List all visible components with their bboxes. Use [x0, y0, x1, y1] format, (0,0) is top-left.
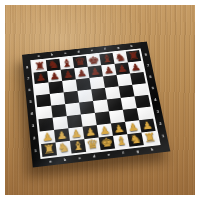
file-label-a: a	[43, 158, 58, 165]
board-grid: ♜♞♝♛♚♝♞♜♟♟♟♟♟♟♟♟♟♟♟♟♟♟♟♟♜♞♝♛♚♝♞♜	[32, 50, 158, 157]
piece-maroon-pawn-f7: ♟	[103, 64, 115, 76]
piece-gold-bishop-f1: ♝	[114, 134, 128, 148]
piece-maroon-pawn-a7: ♟	[35, 71, 46, 83]
rank-label-6: 6	[26, 84, 33, 96]
board-scene: abcdefgh abcdefgh 87654321 87654321 ♜♞♝♛…	[22, 42, 170, 168]
piece-gold-rook-a1: ♜	[42, 142, 56, 156]
square-a7[interactable]: ♟	[34, 71, 49, 84]
square-a1[interactable]: ♜	[41, 142, 57, 157]
rank-label-6: 6	[146, 71, 154, 83]
rank-label-5: 5	[27, 96, 34, 108]
piece-gold-knight-g1: ♞	[128, 132, 142, 146]
rank-label-2: 2	[30, 132, 37, 145]
rank-label-8: 8	[142, 49, 150, 60]
rank-label-5: 5	[149, 82, 157, 94]
piece-maroon-pawn-g7: ♟	[116, 62, 128, 74]
file-label-b: b	[57, 156, 72, 163]
piece-maroon-pawn-c7: ♟	[62, 68, 74, 80]
square-b1[interactable]: ♞	[56, 141, 72, 155]
file-label-g: g	[130, 148, 145, 155]
piece-gold-king-e1: ♚	[100, 136, 114, 150]
rank-label-7: 7	[144, 60, 152, 72]
file-label-f: f	[116, 150, 131, 157]
square-h1[interactable]: ♜	[141, 131, 158, 145]
square-e1[interactable]: ♚	[99, 136, 115, 150]
square-d1[interactable]: ♛	[84, 137, 100, 151]
product-photo: { "game": "chess", "position": { "fen": …	[0, 0, 200, 200]
piece-gold-knight-b1: ♞	[57, 140, 71, 154]
file-label-e: e	[101, 151, 116, 158]
play-area: ♜♞♝♛♚♝♞♜♟♟♟♟♟♟♟♟♟♟♟♟♟♟♟♟♜♞♝♛♚♝♞♜	[30, 48, 160, 159]
file-label-h: h	[144, 146, 159, 153]
piece-maroon-pawn-e7: ♟	[89, 65, 101, 77]
square-h7[interactable]: ♟	[128, 61, 144, 74]
piece-gold-rook-h1: ♜	[143, 131, 157, 145]
rank-label-7: 7	[25, 73, 32, 85]
piece-maroon-pawn-h7: ♟	[130, 61, 142, 73]
piece-maroon-pawn-d7: ♟	[76, 67, 88, 79]
piece-gold-queen-d1: ♛	[85, 137, 99, 151]
rank-label-4: 4	[28, 108, 35, 121]
file-label-d: d	[87, 153, 102, 160]
rank-label-3: 3	[29, 120, 36, 133]
rank-label-8: 8	[24, 62, 31, 74]
piece-gold-bishop-c1: ♝	[71, 139, 85, 153]
chessboard: abcdefgh abcdefgh 87654321 87654321 ♜♞♝♛…	[22, 42, 170, 168]
square-c1[interactable]: ♝	[70, 139, 86, 153]
file-label-c: c	[72, 155, 87, 162]
rank-label-1: 1	[32, 144, 40, 158]
piece-maroon-pawn-b7: ♟	[49, 69, 60, 81]
square-b7[interactable]: ♟	[47, 70, 62, 83]
